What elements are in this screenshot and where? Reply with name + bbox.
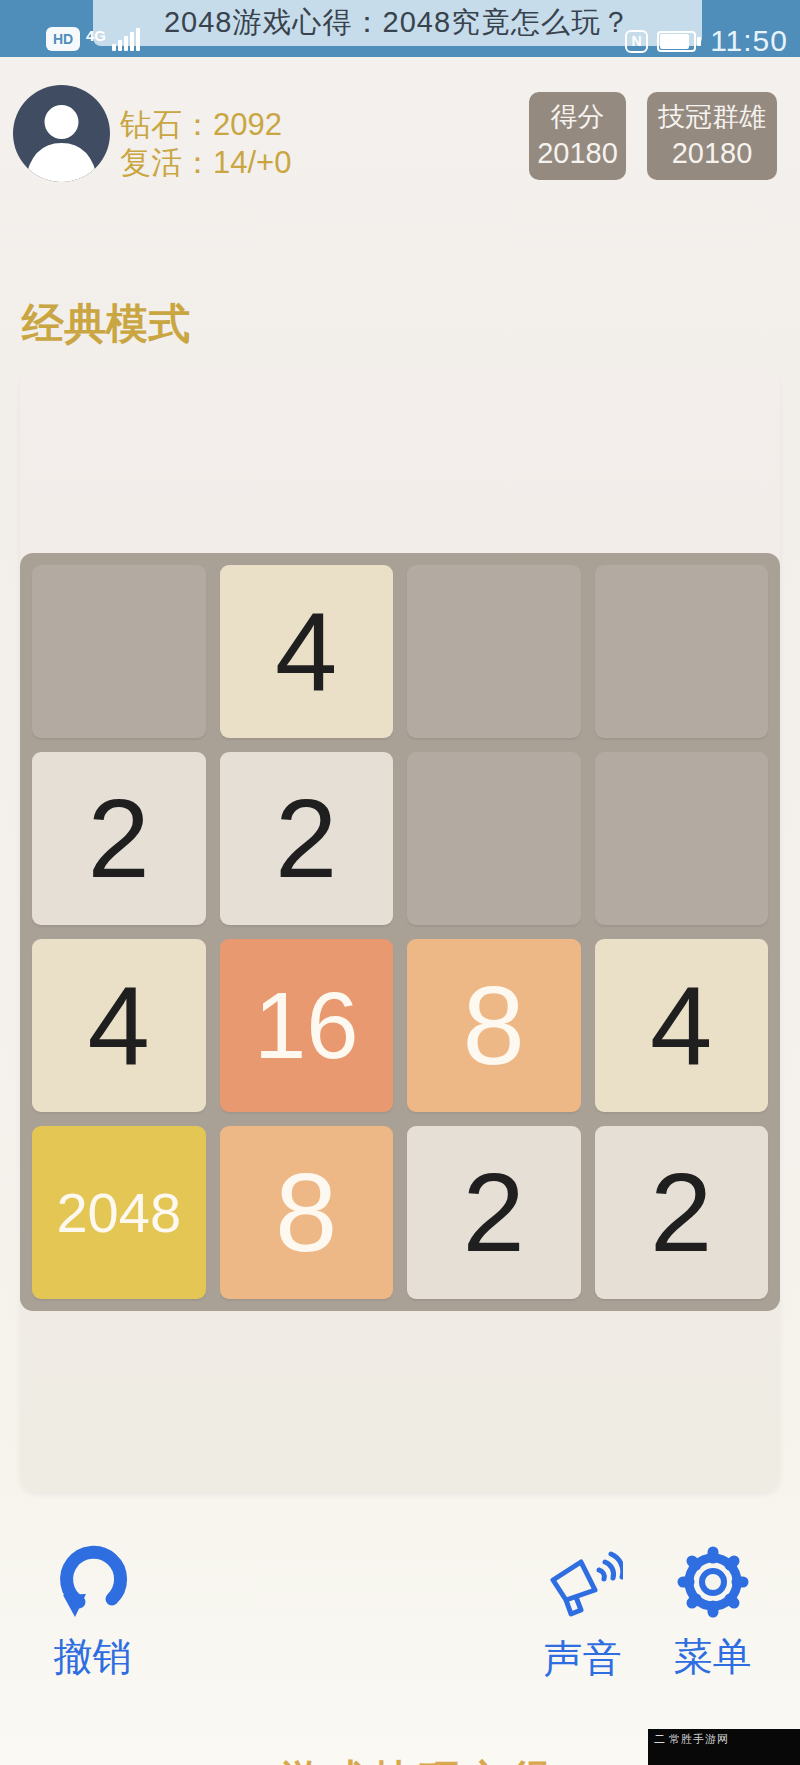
status-right-icons: N 11:50 — [625, 24, 788, 58]
clipped-bottom-text: 2048游戏技巧心得分享 — [168, 1752, 588, 1765]
player-stats: 钻石：2092 复活：14/+0 — [120, 106, 291, 182]
person-silhouette-icon — [13, 85, 110, 182]
tile-4: 4 — [595, 939, 769, 1112]
sound-label: 声音 — [530, 1632, 635, 1686]
status-bar: 2048游戏心得：2048究竟怎么玩？ HD 4G N 11:50 — [0, 0, 800, 57]
status-left-icons: HD 4G — [46, 27, 140, 51]
watermark: 二 常胜手游网 — [648, 1729, 800, 1765]
clock: 11:50 — [710, 24, 788, 58]
undo-button[interactable]: 撤销 — [40, 1538, 145, 1684]
score-value: 20180 — [537, 135, 618, 171]
diamond-row: 钻石：2092 — [120, 106, 291, 144]
network-type-label: 4G — [86, 28, 106, 51]
nfc-icon: N — [625, 30, 648, 53]
diamond-label: 钻石： — [120, 107, 213, 142]
tile-8: 8 — [407, 939, 581, 1112]
empty-cell — [595, 752, 769, 925]
score-label: 得分 — [551, 101, 605, 135]
best-value: 20180 — [672, 135, 753, 171]
empty-cell — [407, 565, 581, 738]
tile-16: 16 — [220, 939, 394, 1112]
article-title: 2048游戏心得：2048究竟怎么玩？ — [164, 3, 631, 43]
tile-2: 2 — [595, 1126, 769, 1299]
gear-icon — [673, 1542, 753, 1622]
revive-label: 复活： — [120, 145, 213, 180]
best-score-button[interactable]: 技冠群雄 20180 — [647, 92, 777, 180]
menu-label: 菜单 — [660, 1630, 765, 1684]
watermark-text: 常胜手游网 — [669, 1733, 729, 1745]
tile-8: 8 — [220, 1126, 394, 1299]
tile-4: 4 — [32, 939, 206, 1112]
hd-badge-icon: HD — [46, 27, 80, 51]
undo-label: 撤销 — [40, 1630, 145, 1684]
tile-4: 4 — [220, 565, 394, 738]
sound-icon — [543, 1548, 623, 1624]
empty-cell — [32, 565, 206, 738]
menu-button[interactable]: 菜单 — [660, 1542, 765, 1684]
score-button[interactable]: 得分 20180 — [529, 92, 626, 180]
tile-2: 2 — [220, 752, 394, 925]
revive-value: 14/+0 — [213, 145, 291, 180]
game-panel: 422416842048822 — [20, 370, 780, 1492]
undo-icon — [53, 1538, 133, 1622]
diamond-value: 2092 — [213, 107, 282, 142]
mode-title: 经典模式 — [22, 296, 190, 352]
empty-cell — [407, 752, 581, 925]
watermark-logo: 二 — [654, 1733, 665, 1745]
best-label: 技冠群雄 — [658, 101, 766, 135]
sound-button[interactable]: 声音 — [530, 1548, 635, 1686]
empty-cell — [595, 565, 769, 738]
revive-row: 复活：14/+0 — [120, 144, 291, 182]
article-title-bar: 2048游戏心得：2048究竟怎么玩？ — [93, 0, 702, 46]
tile-2048: 2048 — [32, 1126, 206, 1299]
tile-2: 2 — [32, 752, 206, 925]
signal-bars-icon — [112, 27, 140, 51]
board-grid[interactable]: 422416842048822 — [20, 553, 780, 1311]
tile-2: 2 — [407, 1126, 581, 1299]
app-screen: 2048游戏心得：2048究竟怎么玩？ HD 4G N 11:50 钻石：209… — [0, 0, 800, 1765]
battery-icon — [657, 31, 701, 52]
avatar[interactable] — [13, 85, 110, 182]
